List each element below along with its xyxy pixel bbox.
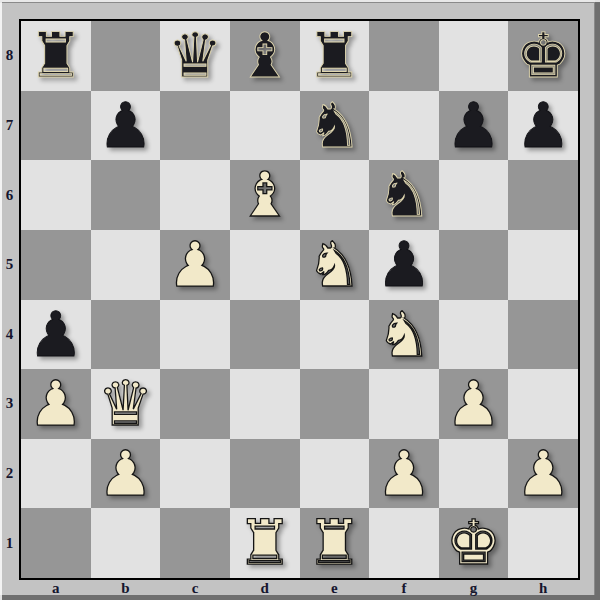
square-e3[interactable] <box>300 369 370 439</box>
piece-black-knight[interactable]: ♞ <box>300 91 370 161</box>
piece-black-rook[interactable]: ♜ <box>300 21 370 91</box>
square-g7[interactable]: ♟ <box>439 91 509 161</box>
square-f8[interactable] <box>369 21 439 91</box>
square-f3[interactable] <box>369 369 439 439</box>
square-g4[interactable] <box>439 300 509 370</box>
square-g3[interactable]: ♟ <box>439 369 509 439</box>
square-c6[interactable] <box>160 160 230 230</box>
rank-label-3: 3 <box>0 369 19 439</box>
rank-label-2: 2 <box>0 439 19 509</box>
square-f1[interactable] <box>369 508 439 578</box>
piece-white-pawn[interactable]: ♟ <box>439 369 509 439</box>
rank-label-5: 5 <box>0 230 19 300</box>
square-b2[interactable]: ♟ <box>91 439 161 509</box>
rank-label-7: 7 <box>0 91 19 161</box>
piece-black-pawn[interactable]: ♟ <box>508 91 578 161</box>
square-e2[interactable] <box>300 439 370 509</box>
square-d3[interactable] <box>230 369 300 439</box>
file-label-d: d <box>230 579 300 597</box>
piece-black-pawn[interactable]: ♟ <box>21 300 91 370</box>
square-b3[interactable]: ♛ <box>91 369 161 439</box>
piece-black-rook[interactable]: ♜ <box>21 21 91 91</box>
square-h4[interactable] <box>508 300 578 370</box>
rank-label-6: 6 <box>0 160 19 230</box>
piece-black-queen[interactable]: ♛ <box>160 21 230 91</box>
square-b8[interactable] <box>91 21 161 91</box>
square-h6[interactable] <box>508 160 578 230</box>
square-e1[interactable]: ♜ <box>300 508 370 578</box>
file-label-g: g <box>439 579 509 597</box>
rank-label-4: 4 <box>0 300 19 370</box>
square-h7[interactable]: ♟ <box>508 91 578 161</box>
square-g5[interactable] <box>439 230 509 300</box>
square-f7[interactable] <box>369 91 439 161</box>
piece-black-king[interactable]: ♚ <box>508 21 578 91</box>
piece-white-bishop[interactable]: ♝ <box>230 160 300 230</box>
square-d5[interactable] <box>230 230 300 300</box>
square-b7[interactable]: ♟ <box>91 91 161 161</box>
square-a1[interactable] <box>21 508 91 578</box>
square-c5[interactable]: ♟ <box>160 230 230 300</box>
square-g6[interactable] <box>439 160 509 230</box>
square-d6[interactable]: ♝ <box>230 160 300 230</box>
piece-white-rook[interactable]: ♜ <box>230 508 300 578</box>
square-b1[interactable] <box>91 508 161 578</box>
square-d8[interactable]: ♝ <box>230 21 300 91</box>
piece-white-rook[interactable]: ♜ <box>300 508 370 578</box>
file-label-e: e <box>300 579 370 597</box>
square-h5[interactable] <box>508 230 578 300</box>
square-c7[interactable] <box>160 91 230 161</box>
square-a3[interactable]: ♟ <box>21 369 91 439</box>
file-label-b: b <box>91 579 161 597</box>
square-b4[interactable] <box>91 300 161 370</box>
square-d1[interactable]: ♜ <box>230 508 300 578</box>
square-e8[interactable]: ♜ <box>300 21 370 91</box>
piece-black-knight[interactable]: ♞ <box>369 160 439 230</box>
square-d7[interactable] <box>230 91 300 161</box>
piece-black-pawn[interactable]: ♟ <box>439 91 509 161</box>
square-c3[interactable] <box>160 369 230 439</box>
file-label-f: f <box>369 579 439 597</box>
square-a2[interactable] <box>21 439 91 509</box>
piece-white-pawn[interactable]: ♟ <box>160 230 230 300</box>
square-a4[interactable]: ♟ <box>21 300 91 370</box>
rank-label-1: 1 <box>0 508 19 578</box>
piece-black-bishop[interactable]: ♝ <box>230 21 300 91</box>
piece-white-king[interactable]: ♚ <box>439 508 509 578</box>
file-label-a: a <box>21 579 91 597</box>
square-h3[interactable] <box>508 369 578 439</box>
square-h8[interactable]: ♚ <box>508 21 578 91</box>
square-g8[interactable] <box>439 21 509 91</box>
square-f2[interactable]: ♟ <box>369 439 439 509</box>
piece-white-knight[interactable]: ♞ <box>300 230 370 300</box>
piece-white-knight[interactable]: ♞ <box>369 300 439 370</box>
piece-black-pawn[interactable]: ♟ <box>91 91 161 161</box>
board-frame: 87654321 ♜♛♝♜♚♟♞♟♟♝♞♟♞♟♟♞♟♛♟♟♟♟♜♜♚ abcde… <box>0 0 600 600</box>
square-g1[interactable]: ♚ <box>439 508 509 578</box>
square-c8[interactable]: ♛ <box>160 21 230 91</box>
rank-labels: 87654321 <box>0 21 19 578</box>
square-d2[interactable] <box>230 439 300 509</box>
square-a7[interactable] <box>21 91 91 161</box>
square-e6[interactable] <box>300 160 370 230</box>
file-label-c: c <box>160 579 230 597</box>
file-labels: abcdefgh <box>21 579 578 597</box>
rank-label-8: 8 <box>0 21 19 91</box>
square-a8[interactable]: ♜ <box>21 21 91 91</box>
square-c1[interactable] <box>160 508 230 578</box>
square-c2[interactable] <box>160 439 230 509</box>
square-a6[interactable] <box>21 160 91 230</box>
piece-black-pawn[interactable]: ♟ <box>369 230 439 300</box>
square-f4[interactable]: ♞ <box>369 300 439 370</box>
square-f5[interactable]: ♟ <box>369 230 439 300</box>
square-f6[interactable]: ♞ <box>369 160 439 230</box>
square-b5[interactable] <box>91 230 161 300</box>
piece-white-pawn[interactable]: ♟ <box>91 439 161 509</box>
chess-board: ♜♛♝♜♚♟♞♟♟♝♞♟♞♟♟♞♟♛♟♟♟♟♜♜♚ <box>19 19 580 580</box>
piece-white-pawn[interactable]: ♟ <box>369 439 439 509</box>
piece-white-pawn[interactable]: ♟ <box>21 369 91 439</box>
square-d4[interactable] <box>230 300 300 370</box>
square-a5[interactable] <box>21 230 91 300</box>
square-e4[interactable] <box>300 300 370 370</box>
square-e7[interactable]: ♞ <box>300 91 370 161</box>
piece-white-pawn[interactable]: ♟ <box>508 439 578 509</box>
square-h2[interactable]: ♟ <box>508 439 578 509</box>
file-label-h: h <box>508 579 578 597</box>
square-e5[interactable]: ♞ <box>300 230 370 300</box>
piece-white-queen[interactable]: ♛ <box>91 369 161 439</box>
square-b6[interactable] <box>91 160 161 230</box>
square-g2[interactable] <box>439 439 509 509</box>
square-c4[interactable] <box>160 300 230 370</box>
square-h1[interactable] <box>508 508 578 578</box>
